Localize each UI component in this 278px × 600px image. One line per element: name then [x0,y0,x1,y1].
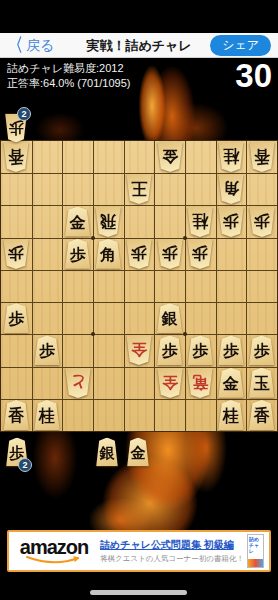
status-bar [0,0,278,33]
piece-gote-飛-c4r3[interactable]: 飛 [95,207,122,237]
piece-glyph: 桂 [192,213,208,229]
piece-gote-歩-c6r4[interactable]: 歩 [156,239,183,269]
piece-gote-歩-c1r4[interactable]: 歩 [3,239,30,269]
board-grid-line [216,141,217,431]
piece-glyph: 歩 [8,245,24,261]
board-grid-line [1,302,277,303]
piece-glyph: 歩 [9,120,24,135]
piece-sente-歩-c9r7[interactable]: 歩 [248,335,275,365]
hand-piece-sente-金[interactable]: 金 [127,438,150,467]
piece-glyph: 歩 [8,311,24,327]
piece-sente-桂-c2r9[interactable]: 桂 [34,400,61,430]
piece-glyph: 歩 [131,245,147,261]
piece-glyph: 歩 [70,247,86,263]
piece-gote-香-c9r1[interactable]: 香 [248,142,275,172]
piece-glyph: 飛 [100,213,116,229]
piece-gote-全-c6r8[interactable]: 全 [156,368,183,398]
piece-glyph: 全 [162,374,178,390]
app-screen: { "game": "shogi", "nav": { "back_label"… [0,0,278,600]
piece-glyph: 銀 [100,446,115,461]
piece-glyph: 香 [8,148,24,164]
ad-text-block: 詰めチャレ公式問題集 初級編 将棋クエストの人気コーナー初の書籍化！ [100,538,241,564]
piece-glyph: 歩 [254,213,270,229]
piece-sente-香-c1r9[interactable]: 香 [3,400,30,430]
piece-sente-歩-c2r7[interactable]: 歩 [34,335,61,365]
accuracy-text: 正答率:64.0% (701/1095) [7,76,131,90]
piece-glyph: と [69,374,85,390]
piece-sente-歩-c6r7[interactable]: 歩 [156,335,183,365]
piece-glyph: 歩 [192,245,208,261]
piece-glyph: 香 [254,408,270,424]
home-indicator[interactable] [90,590,187,595]
piece-gote-金-c6r1[interactable]: 金 [156,142,183,172]
piece-gote-王-c5r2[interactable]: 王 [126,174,153,204]
piece-gote-と-c3r8[interactable]: と [64,368,91,398]
piece-glyph: 金 [162,148,178,164]
piece-gote-桂-c7r3[interactable]: 桂 [187,207,214,237]
board-grid-line [124,141,125,431]
piece-gote-香-c1r1[interactable]: 香 [3,142,30,172]
piece-sente-銀-c6r6[interactable]: 銀 [156,303,183,333]
hand-count-badge: 2 [18,458,32,472]
board-grid-line [93,141,94,431]
piece-sente-金-c8r8[interactable]: 金 [218,368,245,398]
piece-sente-歩-c7r7[interactable]: 歩 [187,335,214,365]
piece-gote-歩-c9r3[interactable]: 歩 [248,207,275,237]
piece-gote-桂-c8r1[interactable]: 桂 [218,142,245,172]
ad-headline-link[interactable]: 詰めチャレ公式問題集 初級編 [100,538,241,552]
piece-glyph: 角 [100,247,116,263]
piece-glyph: 銀 [162,311,178,327]
piece-glyph: 桂 [223,148,239,164]
hoshi-point [91,332,95,336]
piece-gote-歩-c7r4[interactable]: 歩 [187,239,214,269]
piece-glyph: 竜 [192,374,208,390]
piece-sente-金-c3r3[interactable]: 金 [64,207,91,237]
piece-glyph: 金 [223,376,239,392]
piece-glyph: 桂 [223,408,239,424]
ad-banner[interactable]: amazon 詰めチャレ公式問題集 初級編 将棋クエストの人気コーナー初の書籍化… [7,530,271,572]
piece-glyph: 歩 [192,343,208,359]
piece-gote-全-c5r7[interactable]: 全 [126,335,153,365]
piece-glyph: 金 [131,446,146,461]
hand-count-badge: 2 [17,107,31,121]
book-cover-stripe [248,559,263,567]
difficulty-text: 詰めチャレ難易度:2012 [7,61,124,75]
piece-gote-歩-c5r4[interactable]: 歩 [126,239,153,269]
piece-glyph: 桂 [39,408,55,424]
piece-glyph: 王 [131,180,147,196]
piece-glyph: 角 [223,180,239,196]
piece-sente-歩-c3r4[interactable]: 歩 [64,239,91,269]
piece-sente-玉-c9r8[interactable]: 玉 [248,368,275,398]
piece-sente-歩-c1r6[interactable]: 歩 [3,303,30,333]
piece-gote-歩-c8r3[interactable]: 歩 [218,207,245,237]
book-cover-thumbnail: 詰めチャレ [247,534,264,568]
countdown-timer: 30 [235,57,272,95]
nav-bar: 〈 戻る 実戦！詰めチャレ シェア [0,33,278,58]
piece-glyph: 歩 [162,245,178,261]
piece-glyph: 玉 [254,376,270,392]
piece-sente-桂-c8r9[interactable]: 桂 [218,400,245,430]
piece-glyph: 全 [131,341,147,357]
board-grid-line [1,270,277,271]
share-button[interactable]: シェア [210,35,271,56]
ad-subheadline: 将棋クエストの人気コーナー初の書籍化！ [100,554,241,564]
hand-piece-sente-銀[interactable]: 銀 [96,438,119,467]
board-grid-line [32,141,33,431]
shogi-board[interactable]: 香金桂香王角金飛桂歩歩歩歩角歩歩歩歩銀歩全歩歩歩歩と全竜金玉香桂桂香 [0,140,278,432]
piece-glyph: 歩 [223,343,239,359]
piece-glyph: 歩 [223,213,239,229]
piece-glyph: 歩 [254,343,270,359]
amazon-logo: amazon [14,538,94,565]
piece-gote-角-c8r2[interactable]: 角 [218,174,245,204]
piece-glyph: 香 [254,148,270,164]
piece-glyph: 歩 [162,343,178,359]
piece-sente-角-c4r4[interactable]: 角 [95,239,122,269]
piece-glyph: 金 [70,215,86,231]
piece-glyph: 香 [8,408,24,424]
amazon-smile-icon [23,556,85,565]
piece-glyph: 歩 [39,343,55,359]
piece-gote-竜-c7r8[interactable]: 竜 [187,368,214,398]
piece-sente-香-c9r9[interactable]: 香 [248,400,275,430]
piece-sente-歩-c8r7[interactable]: 歩 [218,335,245,365]
